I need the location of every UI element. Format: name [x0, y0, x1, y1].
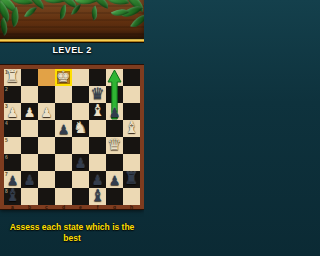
rank-label-4: 4: [5, 121, 8, 126]
board-square-b1[interactable]: [21, 69, 38, 86]
white-queen-g5[interactable]: ♛: [106, 130, 123, 154]
black-pawn-g3[interactable]: ♟: [106, 96, 123, 120]
board-square-d5[interactable]: [55, 137, 72, 154]
white-pawn-b3[interactable]: ♟: [21, 96, 38, 120]
rank-label-8: 8: [5, 189, 8, 194]
board-square-e7[interactable]: [72, 171, 89, 188]
board-square-d2[interactable]: [55, 86, 72, 103]
file-label-e: e: [72, 205, 89, 210]
black-pawn-e6[interactable]: ♟: [72, 147, 89, 171]
rank-label-3: 3: [5, 104, 8, 109]
board-square-c1[interactable]: [38, 69, 55, 86]
file-label-g: g: [106, 205, 123, 210]
rank-label-1: 1: [5, 70, 8, 75]
board-square-b4[interactable]: [21, 120, 38, 137]
board-square-c5[interactable]: [38, 137, 55, 154]
board-square-h8[interactable]: [123, 188, 140, 205]
level-title: LEVEL 2: [0, 45, 144, 55]
board-square-f4[interactable]: [89, 120, 106, 137]
white-bishop-f3[interactable]: ♝: [89, 96, 106, 120]
white-pawn-c3[interactable]: ♟: [38, 96, 55, 120]
black-rook-h7[interactable]: ♜: [123, 164, 140, 188]
board-square-h2[interactable]: [123, 86, 140, 103]
board-square-h5[interactable]: [123, 137, 140, 154]
file-label-d: d: [55, 205, 72, 210]
rank-label-6: 6: [5, 155, 8, 160]
board-square-c6[interactable]: [38, 154, 55, 171]
board-square-b8[interactable]: [21, 188, 38, 205]
white-king-d1[interactable]: ♚: [55, 62, 72, 86]
black-pawn-g7[interactable]: ♟: [106, 164, 123, 188]
rank-label-5: 5: [5, 138, 8, 143]
board-square-d8[interactable]: [55, 188, 72, 205]
rank-label-7: 7: [5, 172, 8, 177]
file-label-f: f: [89, 205, 106, 210]
chess-board: 12345678abcdefgh♜♚♛♟♟♟♝♟♟♞♝♛♟♟♟♟♟♜♝♝: [0, 65, 144, 209]
file-label-b: b: [21, 205, 38, 210]
board-square-c7[interactable]: [38, 171, 55, 188]
black-bishop-f8[interactable]: ♝: [89, 181, 106, 205]
board-square-c8[interactable]: [38, 188, 55, 205]
board-square-e2[interactable]: [72, 86, 89, 103]
file-label-h: h: [123, 205, 140, 210]
rank-label-2: 2: [5, 87, 8, 92]
board-square-d7[interactable]: [55, 171, 72, 188]
board-grid: 12345678abcdefgh♜♚♛♟♟♟♝♟♟♞♝♛♟♟♟♟♟♜♝♝: [4, 69, 140, 205]
board-square-h1[interactable]: [123, 69, 140, 86]
black-pawn-d4[interactable]: ♟: [55, 113, 72, 137]
board-square-b5[interactable]: [21, 137, 38, 154]
white-bishop-h4[interactable]: ♝: [123, 113, 140, 137]
board-square-e8[interactable]: [72, 188, 89, 205]
file-label-c: c: [38, 205, 55, 210]
board-square-c4[interactable]: [38, 120, 55, 137]
black-pawn-b7[interactable]: ♟: [21, 164, 38, 188]
white-knight-e4[interactable]: ♞: [72, 113, 89, 137]
board-square-g8[interactable]: [106, 188, 123, 205]
board-square-d6[interactable]: [55, 154, 72, 171]
file-label-a: a: [4, 205, 21, 210]
board-square-f5[interactable]: [89, 137, 106, 154]
gold-divider-bar: [0, 38, 144, 43]
board-square-e1[interactable]: [72, 69, 89, 86]
hint-text: Assess each state which is the best: [7, 222, 137, 244]
